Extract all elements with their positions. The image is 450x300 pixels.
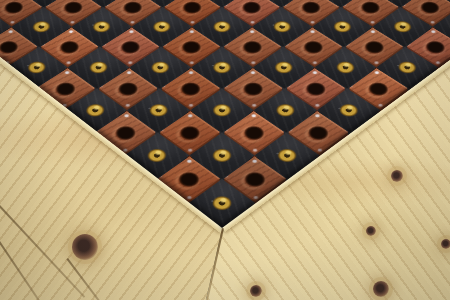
pine-knot bbox=[391, 170, 403, 182]
pine-grain-crack bbox=[0, 241, 41, 300]
pine-knot bbox=[441, 239, 450, 249]
pine-knot bbox=[366, 226, 376, 236]
board-photo bbox=[0, 0, 450, 300]
pine-knot bbox=[373, 281, 389, 297]
pine-knot bbox=[250, 285, 262, 297]
pine-grain-crack bbox=[67, 258, 103, 300]
pine-knot bbox=[72, 234, 98, 260]
